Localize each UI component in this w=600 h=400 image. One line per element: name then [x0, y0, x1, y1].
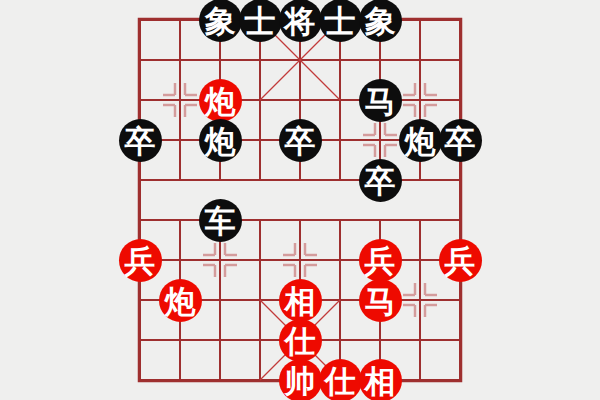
piece-black-soldier[interactable]: 卒 [439, 119, 482, 162]
piece-glyph: 卒 [125, 126, 156, 157]
piece-black-horse[interactable]: 马 [359, 79, 402, 122]
piece-glyph: 相 [365, 366, 396, 397]
piece-glyph: 炮 [205, 126, 236, 157]
piece-glyph: 兵 [125, 246, 156, 277]
piece-glyph: 帅 [285, 366, 316, 397]
piece-red-soldier[interactable]: 兵 [439, 239, 482, 282]
piece-glyph: 车 [205, 206, 236, 237]
piece-red-elephant[interactable]: 相 [359, 359, 402, 400]
piece-glyph: 马 [365, 86, 396, 117]
piece-black-elephant[interactable]: 象 [199, 0, 242, 42]
xiangqi-board[interactable]: 象士将士象炮马卒炮卒炮卒卒车兵兵兵炮相马仕帅仕相 [120, 0, 480, 400]
piece-black-soldier[interactable]: 卒 [279, 119, 322, 162]
piece-glyph: 炮 [405, 126, 436, 157]
piece-glyph: 相 [285, 286, 316, 317]
piece-glyph: 炮 [165, 286, 196, 317]
piece-red-cannon[interactable]: 炮 [199, 79, 242, 122]
piece-glyph: 卒 [285, 126, 316, 157]
piece-glyph: 象 [205, 6, 236, 37]
piece-red-elephant[interactable]: 相 [279, 279, 322, 322]
piece-glyph: 卒 [365, 166, 396, 197]
piece-glyph: 马 [365, 286, 396, 317]
piece-red-horse[interactable]: 马 [359, 279, 402, 322]
piece-red-soldier[interactable]: 兵 [359, 239, 402, 282]
piece-black-cannon[interactable]: 炮 [199, 119, 242, 162]
piece-glyph: 仕 [325, 366, 356, 397]
piece-glyph: 象 [365, 6, 396, 37]
piece-red-general[interactable]: 帅 [279, 359, 322, 400]
piece-black-elephant[interactable]: 象 [359, 0, 402, 42]
piece-glyph: 将 [285, 6, 316, 37]
piece-red-cannon[interactable]: 炮 [159, 279, 202, 322]
piece-black-advisor[interactable]: 士 [239, 0, 282, 42]
piece-black-soldier[interactable]: 卒 [119, 119, 162, 162]
piece-glyph: 仕 [285, 326, 316, 357]
piece-glyph: 兵 [445, 246, 476, 277]
piece-glyph: 士 [245, 6, 276, 37]
piece-glyph: 卒 [445, 126, 476, 157]
piece-black-general[interactable]: 将 [279, 0, 322, 42]
piece-glyph: 兵 [365, 246, 396, 277]
piece-black-soldier[interactable]: 卒 [359, 159, 402, 202]
piece-red-advisor[interactable]: 仕 [279, 319, 322, 362]
piece-black-chariot[interactable]: 车 [199, 199, 242, 242]
piece-black-advisor[interactable]: 士 [319, 0, 362, 42]
piece-glyph: 士 [325, 6, 356, 37]
piece-black-cannon[interactable]: 炮 [399, 119, 442, 162]
piece-red-soldier[interactable]: 兵 [119, 239, 162, 282]
piece-red-advisor[interactable]: 仕 [319, 359, 362, 400]
xiangqi-app: 象士将士象炮马卒炮卒炮卒卒车兵兵兵炮相马仕帅仕相 [0, 0, 600, 400]
piece-glyph: 炮 [205, 86, 236, 117]
